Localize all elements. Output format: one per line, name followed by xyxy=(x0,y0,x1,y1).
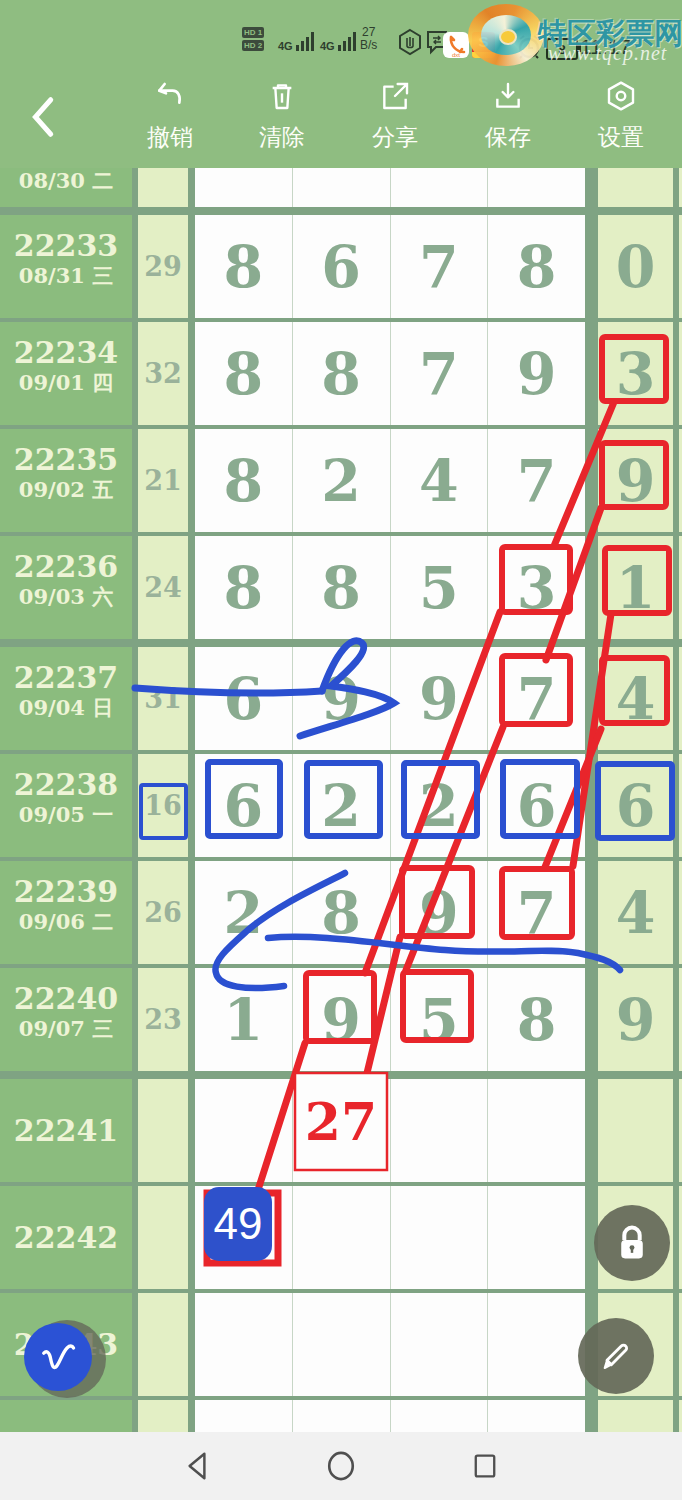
lock-button[interactable] xyxy=(594,1205,670,1281)
issue-number: 22233 xyxy=(0,229,132,263)
digit-cell-3: 4 xyxy=(390,429,488,532)
issue-cell: 22242 xyxy=(0,1186,132,1289)
digit-cell-4: 7 xyxy=(487,429,585,532)
digit-cell-2: 8 xyxy=(292,861,390,964)
digit-cell-3: 5 xyxy=(390,536,488,639)
digit-cell-3: 5 xyxy=(390,968,488,1071)
chart-row-22234: 2223409/01 四3288793 xyxy=(0,322,682,425)
issue-number: 22237 xyxy=(0,661,132,695)
digit-cell-2 xyxy=(292,168,390,207)
tail-digit-cell: 9 xyxy=(598,968,673,1071)
sum-cell: 24 xyxy=(138,536,188,639)
digit-cell-4 xyxy=(487,1079,585,1182)
chart-row-22241: 22241 xyxy=(0,1079,682,1182)
digit-cell-1: 8 xyxy=(195,322,292,425)
digit-cell-4: 7 xyxy=(487,647,585,750)
issue-cell: 08/30 二 xyxy=(0,168,132,207)
signature-tool-button[interactable] xyxy=(24,1323,92,1391)
issue-date: 09/06 二 xyxy=(0,909,132,935)
digit-cell-1 xyxy=(195,1293,292,1396)
sum-cell xyxy=(138,1186,188,1289)
issue-number: 22236 xyxy=(0,550,132,584)
issue-date: 09/02 五 xyxy=(0,477,132,503)
digit-cell-1 xyxy=(195,168,292,207)
nav-home-circle-icon xyxy=(325,1449,357,1483)
digit-cells: 6997 xyxy=(195,647,585,750)
digit-cell-3 xyxy=(390,1400,488,1432)
site-logo-swirl xyxy=(468,4,544,66)
digit-cell-1: 6 xyxy=(195,754,292,857)
issue-number: 22241 xyxy=(14,1114,118,1148)
sum-cell xyxy=(138,1400,188,1432)
sum-cell: 32 xyxy=(138,322,188,425)
save-icon xyxy=(492,80,524,112)
digit-cell-2: 6 xyxy=(292,215,390,318)
digit-cell-4: 6 xyxy=(487,754,585,857)
sum-cell: 26 xyxy=(138,861,188,964)
digit-cell-4 xyxy=(487,1186,585,1289)
digit-cell-3: 9 xyxy=(390,861,488,964)
settings-button[interactable]: 设置 xyxy=(576,80,666,153)
svg-text:dxt: dxt xyxy=(452,52,460,58)
issue-date: 09/05 一 xyxy=(0,802,132,828)
share-icon xyxy=(379,80,411,112)
pencil-icon xyxy=(596,1336,636,1376)
hd1-badge: HD 1 xyxy=(242,27,264,38)
digit-cell-2: 8 xyxy=(292,536,390,639)
issue-date: 08/31 三 xyxy=(0,263,132,289)
digit-cell-1 xyxy=(195,1079,292,1182)
digit-cell-2: 2 xyxy=(292,429,390,532)
issue-number: 22240 xyxy=(0,982,132,1016)
digit-cells: 2897 xyxy=(195,861,585,964)
chart-row-22242: 22242 xyxy=(0,1186,682,1289)
sum-cell: 21 xyxy=(138,429,188,532)
issue-date: 08/30 二 xyxy=(0,168,132,194)
status-bar: HD 1 HD 2 4G 4G 27 B/s xyxy=(0,0,682,62)
share-button[interactable]: 分享 xyxy=(350,80,440,153)
chart-row-partial xyxy=(0,1400,682,1432)
sum-cell xyxy=(138,1293,188,1396)
chart-row-22233: 2223308/31 三2986780 xyxy=(0,215,682,318)
digit-cell-4: 8 xyxy=(487,968,585,1071)
tail-digit-cell xyxy=(598,1079,673,1182)
undo-icon xyxy=(153,80,187,112)
digit-cell-3: 2 xyxy=(390,754,488,857)
digit-cell-1: 8 xyxy=(195,215,292,318)
signal-1: 4G xyxy=(278,26,317,52)
digit-cell-2: 9 xyxy=(292,647,390,750)
chart-row-22236: 2223609/03 六2488531 xyxy=(0,536,682,639)
hd-indicators: HD 1 HD 2 xyxy=(242,27,264,51)
digit-cell-3: 7 xyxy=(390,215,488,318)
issue-number: 22239 xyxy=(0,875,132,909)
digit-cell-2: 9 xyxy=(292,968,390,1071)
signal-2: 4G xyxy=(320,26,359,52)
digit-cells xyxy=(195,1079,585,1182)
digit-cell-3 xyxy=(390,1293,488,1396)
digit-cells: 8247 xyxy=(195,429,585,532)
issue-cell: 2223609/03 六 xyxy=(0,536,132,639)
sum-cell: 29 xyxy=(138,215,188,318)
tail-digit-cell: 6 xyxy=(598,754,673,857)
tail-digit-cell: 4 xyxy=(598,861,673,964)
sum-cell xyxy=(138,1079,188,1182)
issue-cell: 2223709/04 日 xyxy=(0,647,132,750)
digit-cell-3 xyxy=(390,1186,488,1289)
issue-date: 09/03 六 xyxy=(0,584,132,610)
sum-cell: 31 xyxy=(138,647,188,750)
nav-recents-button[interactable] xyxy=(465,1446,505,1486)
tail-digit-cell: 1 xyxy=(598,536,673,639)
issue-number: 22242 xyxy=(14,1221,118,1255)
digit-cell-1: 6 xyxy=(195,647,292,750)
digit-cell-1 xyxy=(195,1400,292,1432)
chart-row-22238: 2223809/05 一1662266 xyxy=(0,754,682,857)
signature-v-icon xyxy=(36,1337,80,1377)
issue-cell: 2223409/01 四 xyxy=(0,322,132,425)
trash-icon xyxy=(266,80,298,112)
hd2-badge: HD 2 xyxy=(242,40,264,51)
digit-cell-4: 8 xyxy=(487,215,585,318)
issue-date: 09/07 三 xyxy=(0,1016,132,1042)
issue-cell: 2223509/02 五 xyxy=(0,429,132,532)
sum-cell xyxy=(138,168,188,207)
tail-digit-cell: 4 xyxy=(598,647,673,750)
digit-cell-3 xyxy=(390,168,488,207)
drawing-toolbar: 撤销 清除 分享 保存 xyxy=(0,62,682,168)
digit-cells: 8853 xyxy=(195,536,585,639)
issue-date: 09/04 日 xyxy=(0,695,132,721)
issue-cell: 2223909/06 二 xyxy=(0,861,132,964)
chart-row-22237: 2223709/04 日3169974 xyxy=(0,647,682,750)
digit-cell-4 xyxy=(487,1293,585,1396)
digit-cells xyxy=(195,1186,585,1289)
digit-cell-1: 1 xyxy=(195,968,292,1071)
issue-cell: 22241 xyxy=(0,1079,132,1182)
digit-cell-3: 7 xyxy=(390,322,488,425)
digit-cell-1: 8 xyxy=(195,429,292,532)
digit-cell-2 xyxy=(292,1400,390,1432)
lock-icon xyxy=(613,1223,651,1263)
signal-bars-icon xyxy=(337,26,359,52)
digit-cells: 1958 xyxy=(195,968,585,1071)
chart-row-22239: 2223909/06 二2628974 xyxy=(0,861,682,964)
issue-cell: 2224009/07 三 xyxy=(0,968,132,1071)
digit-cell-4 xyxy=(487,168,585,207)
issue-number: 22235 xyxy=(0,443,132,477)
issue-number: 22238 xyxy=(0,768,132,802)
chart-row-22235: 2223509/02 五2182479 xyxy=(0,429,682,532)
sum-cell: 23 xyxy=(138,968,188,1071)
clear-button[interactable]: 清除 xyxy=(237,80,327,153)
tail-digit-cell xyxy=(598,168,673,207)
digit-cell-4: 7 xyxy=(487,861,585,964)
nav-back-triangle-icon xyxy=(182,1450,212,1482)
net-speed: 27 B/s xyxy=(360,26,377,52)
tail-digit-cell: 3 xyxy=(598,322,673,425)
digit-cell-4 xyxy=(487,1400,585,1432)
save-button[interactable]: 保存 xyxy=(463,80,553,153)
chart-row-partial: 08/30 二 xyxy=(0,168,682,207)
digit-cell-2: 2 xyxy=(292,754,390,857)
digit-cell-2 xyxy=(292,1293,390,1396)
issue-cell: 2223308/31 三 xyxy=(0,215,132,318)
android-nav-bar xyxy=(0,1432,682,1500)
digit-cells xyxy=(195,168,585,207)
nav-back-button[interactable] xyxy=(177,1446,217,1486)
pencil-button[interactable] xyxy=(578,1318,654,1394)
digit-cell-1: 2 xyxy=(195,861,292,964)
digit-cell-4: 3 xyxy=(487,536,585,639)
touch-disable-icon xyxy=(396,28,424,56)
digit-cell-2 xyxy=(292,1079,390,1182)
issue-cell: 2223809/05 一 xyxy=(0,754,132,857)
digit-cell-1: 8 xyxy=(195,536,292,639)
issue-cell xyxy=(0,1400,132,1432)
undo-button[interactable]: 撤销 xyxy=(125,80,215,153)
digit-cell-4: 9 xyxy=(487,322,585,425)
tail-digit-cell: 0 xyxy=(598,215,673,318)
app-screen: HD 1 HD 2 4G 4G 27 B/s xyxy=(0,0,682,1500)
signal-bars-icon xyxy=(295,26,317,52)
settings-icon xyxy=(605,80,637,112)
digit-cells xyxy=(195,1293,585,1396)
digit-cells xyxy=(195,1400,585,1432)
digit-cell-2 xyxy=(292,1186,390,1289)
digit-cell-3: 9 xyxy=(390,647,488,750)
sum-cell: 16 xyxy=(138,754,188,857)
tail-digit-cell: 9 xyxy=(598,429,673,532)
issue-number: 22234 xyxy=(0,336,132,370)
nav-home-button[interactable] xyxy=(321,1446,361,1486)
nav-recents-square-icon xyxy=(471,1451,499,1481)
digit-cells: 6226 xyxy=(195,754,585,857)
digit-cell-2: 8 xyxy=(292,322,390,425)
digit-cell-1 xyxy=(195,1186,292,1289)
digit-cell-3 xyxy=(390,1079,488,1182)
issue-date: 09/01 四 xyxy=(0,370,132,396)
dialer-app-icon: dxt xyxy=(443,32,469,58)
digit-cells: 8678 xyxy=(195,215,585,318)
back-button[interactable] xyxy=(22,94,68,140)
chart-row-22240: 2224009/07 三2319589 xyxy=(0,968,682,1071)
tail-digit-cell xyxy=(598,1400,673,1432)
digit-cells: 8879 xyxy=(195,322,585,425)
